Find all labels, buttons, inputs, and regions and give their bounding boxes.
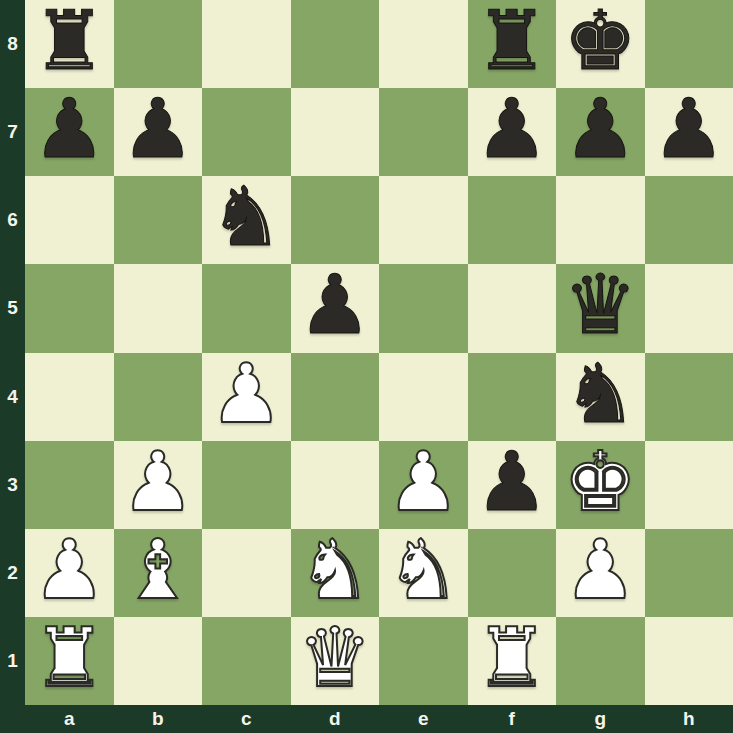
square-e7[interactable] (379, 88, 468, 176)
square-h5[interactable] (645, 264, 733, 352)
piece-white-knight-d2[interactable]: ♞ (298, 529, 372, 611)
square-b8[interactable] (114, 0, 203, 88)
square-a8[interactable]: ♜ (25, 0, 114, 88)
rank-label-3: 3 (0, 441, 25, 529)
chess-board-frame: 8♜♜♚7♟♟♟♟♟6♞5♟♛4♟♞3♟♟♟♚2♟♝♞♞♟1♜♛♜abcdefg… (0, 0, 733, 733)
square-h7[interactable]: ♟ (645, 88, 733, 176)
rank-label-1: 1 (0, 617, 25, 705)
square-a6[interactable] (25, 176, 114, 264)
square-b2[interactable]: ♝ (114, 529, 203, 617)
piece-black-pawn-d5[interactable]: ♟ (298, 264, 372, 346)
file-label-h: h (645, 705, 733, 733)
piece-white-bishop-b2[interactable]: ♝ (121, 529, 195, 611)
piece-black-pawn-g7[interactable]: ♟ (563, 88, 637, 170)
board-corner (0, 705, 25, 733)
square-g1[interactable] (556, 617, 645, 705)
rank-label-2: 2 (0, 529, 25, 617)
square-g6[interactable] (556, 176, 645, 264)
piece-black-knight-g4[interactable]: ♞ (563, 353, 637, 435)
square-f7[interactable]: ♟ (468, 88, 557, 176)
square-b6[interactable] (114, 176, 203, 264)
file-label-e: e (379, 705, 468, 733)
piece-white-pawn-b3[interactable]: ♟ (121, 441, 195, 523)
piece-black-pawn-b7[interactable]: ♟ (121, 88, 195, 170)
file-label-g: g (556, 705, 645, 733)
square-e5[interactable] (379, 264, 468, 352)
piece-black-queen-g5[interactable]: ♛ (563, 264, 637, 346)
square-f6[interactable] (468, 176, 557, 264)
square-c7[interactable] (202, 88, 291, 176)
square-f5[interactable] (468, 264, 557, 352)
square-d2[interactable]: ♞ (291, 529, 380, 617)
piece-black-knight-c6[interactable]: ♞ (209, 176, 283, 258)
piece-white-pawn-e3[interactable]: ♟ (386, 441, 460, 523)
square-d8[interactable] (291, 0, 380, 88)
square-a2[interactable]: ♟ (25, 529, 114, 617)
square-g4[interactable]: ♞ (556, 353, 645, 441)
square-d3[interactable] (291, 441, 380, 529)
square-d5[interactable]: ♟ (291, 264, 380, 352)
rank-label-7: 7 (0, 88, 25, 176)
square-a7[interactable]: ♟ (25, 88, 114, 176)
square-h4[interactable] (645, 353, 733, 441)
square-e1[interactable] (379, 617, 468, 705)
square-d7[interactable] (291, 88, 380, 176)
piece-black-pawn-a7[interactable]: ♟ (32, 88, 106, 170)
square-g8[interactable]: ♚ (556, 0, 645, 88)
square-b7[interactable]: ♟ (114, 88, 203, 176)
square-c1[interactable] (202, 617, 291, 705)
square-e4[interactable] (379, 353, 468, 441)
file-label-c: c (202, 705, 291, 733)
square-d4[interactable] (291, 353, 380, 441)
piece-black-rook-f8[interactable]: ♜ (475, 0, 549, 82)
file-label-f: f (468, 705, 557, 733)
square-e3[interactable]: ♟ (379, 441, 468, 529)
square-b4[interactable] (114, 353, 203, 441)
square-a3[interactable] (25, 441, 114, 529)
square-d6[interactable] (291, 176, 380, 264)
piece-white-pawn-c4[interactable]: ♟ (209, 353, 283, 435)
square-b1[interactable] (114, 617, 203, 705)
square-a4[interactable] (25, 353, 114, 441)
square-h8[interactable] (645, 0, 733, 88)
square-c3[interactable] (202, 441, 291, 529)
square-g5[interactable]: ♛ (556, 264, 645, 352)
square-f2[interactable] (468, 529, 557, 617)
rank-label-8: 8 (0, 0, 25, 88)
square-g7[interactable]: ♟ (556, 88, 645, 176)
square-c4[interactable]: ♟ (202, 353, 291, 441)
square-b3[interactable]: ♟ (114, 441, 203, 529)
square-d1[interactable]: ♛ (291, 617, 380, 705)
square-h3[interactable] (645, 441, 733, 529)
square-e2[interactable]: ♞ (379, 529, 468, 617)
piece-white-pawn-a2[interactable]: ♟ (32, 529, 106, 611)
piece-white-rook-a1[interactable]: ♜ (32, 617, 106, 699)
piece-black-king-g8[interactable]: ♚ (563, 0, 637, 82)
square-h2[interactable] (645, 529, 733, 617)
square-e8[interactable] (379, 0, 468, 88)
square-e6[interactable] (379, 176, 468, 264)
piece-white-pawn-g2[interactable]: ♟ (563, 529, 637, 611)
square-c2[interactable] (202, 529, 291, 617)
square-f4[interactable] (468, 353, 557, 441)
square-a5[interactable] (25, 264, 114, 352)
file-label-b: b (114, 705, 203, 733)
piece-white-knight-e2[interactable]: ♞ (386, 529, 460, 611)
square-f8[interactable]: ♜ (468, 0, 557, 88)
piece-black-pawn-f7[interactable]: ♟ (475, 88, 549, 170)
file-label-a: a (25, 705, 114, 733)
rank-label-6: 6 (0, 176, 25, 264)
rank-label-4: 4 (0, 353, 25, 441)
square-g2[interactable]: ♟ (556, 529, 645, 617)
piece-white-rook-f1[interactable]: ♜ (475, 617, 549, 699)
square-f1[interactable]: ♜ (468, 617, 557, 705)
square-c5[interactable] (202, 264, 291, 352)
square-b5[interactable] (114, 264, 203, 352)
square-c6[interactable]: ♞ (202, 176, 291, 264)
rank-label-5: 5 (0, 264, 25, 352)
piece-black-rook-a8[interactable]: ♜ (32, 0, 106, 82)
square-g3[interactable]: ♚ (556, 441, 645, 529)
piece-white-queen-d1[interactable]: ♛ (298, 617, 372, 699)
piece-white-king-g3[interactable]: ♚ (563, 441, 637, 523)
square-h6[interactable] (645, 176, 733, 264)
square-c8[interactable] (202, 0, 291, 88)
square-a1[interactable]: ♜ (25, 617, 114, 705)
file-label-d: d (291, 705, 380, 733)
piece-black-pawn-f3[interactable]: ♟ (475, 441, 549, 523)
piece-black-pawn-h7[interactable]: ♟ (652, 88, 726, 170)
square-h1[interactable] (645, 617, 733, 705)
square-f3[interactable]: ♟ (468, 441, 557, 529)
